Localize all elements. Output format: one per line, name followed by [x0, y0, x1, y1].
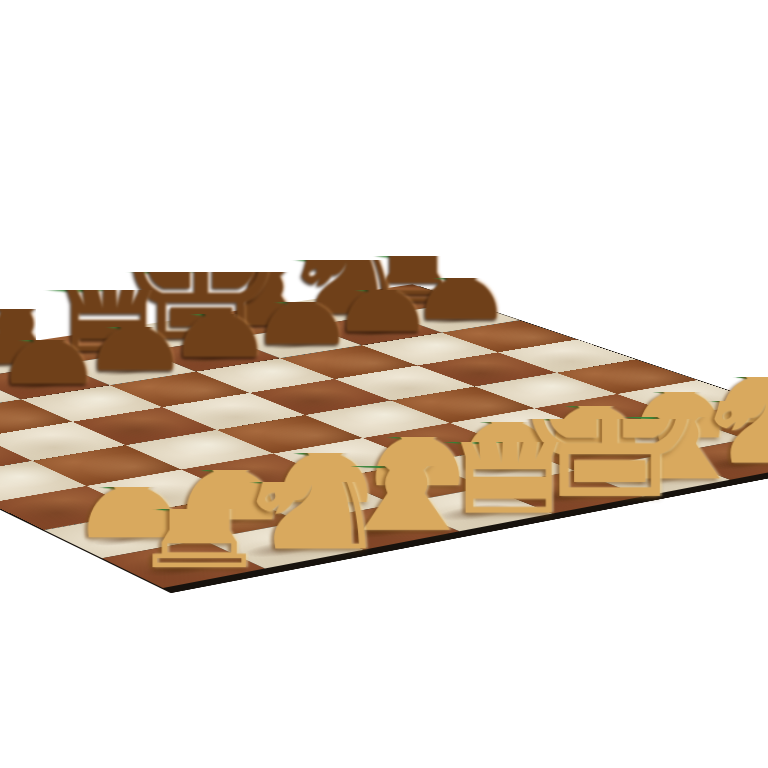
chess-set-photo: ♜♞♝♛♚♝♞♜♟♟♟♟♟♟♟♟♟♟♟♟♟♟♟♟♜♞♝♛♚♝♞♜ — [0, 0, 768, 768]
square-a1: ♜ — [102, 540, 265, 588]
chess-board: ♜♞♝♛♚♝♞♜♟♟♟♟♟♟♟♟♟♟♟♟♟♟♟♟♜♞♝♛♚♝♞♜ — [0, 284, 768, 588]
board-squares: ♜♞♝♛♚♝♞♜♟♟♟♟♟♟♟♟♟♟♟♟♟♟♟♟♜♞♝♛♚♝♞♜ — [0, 284, 768, 588]
